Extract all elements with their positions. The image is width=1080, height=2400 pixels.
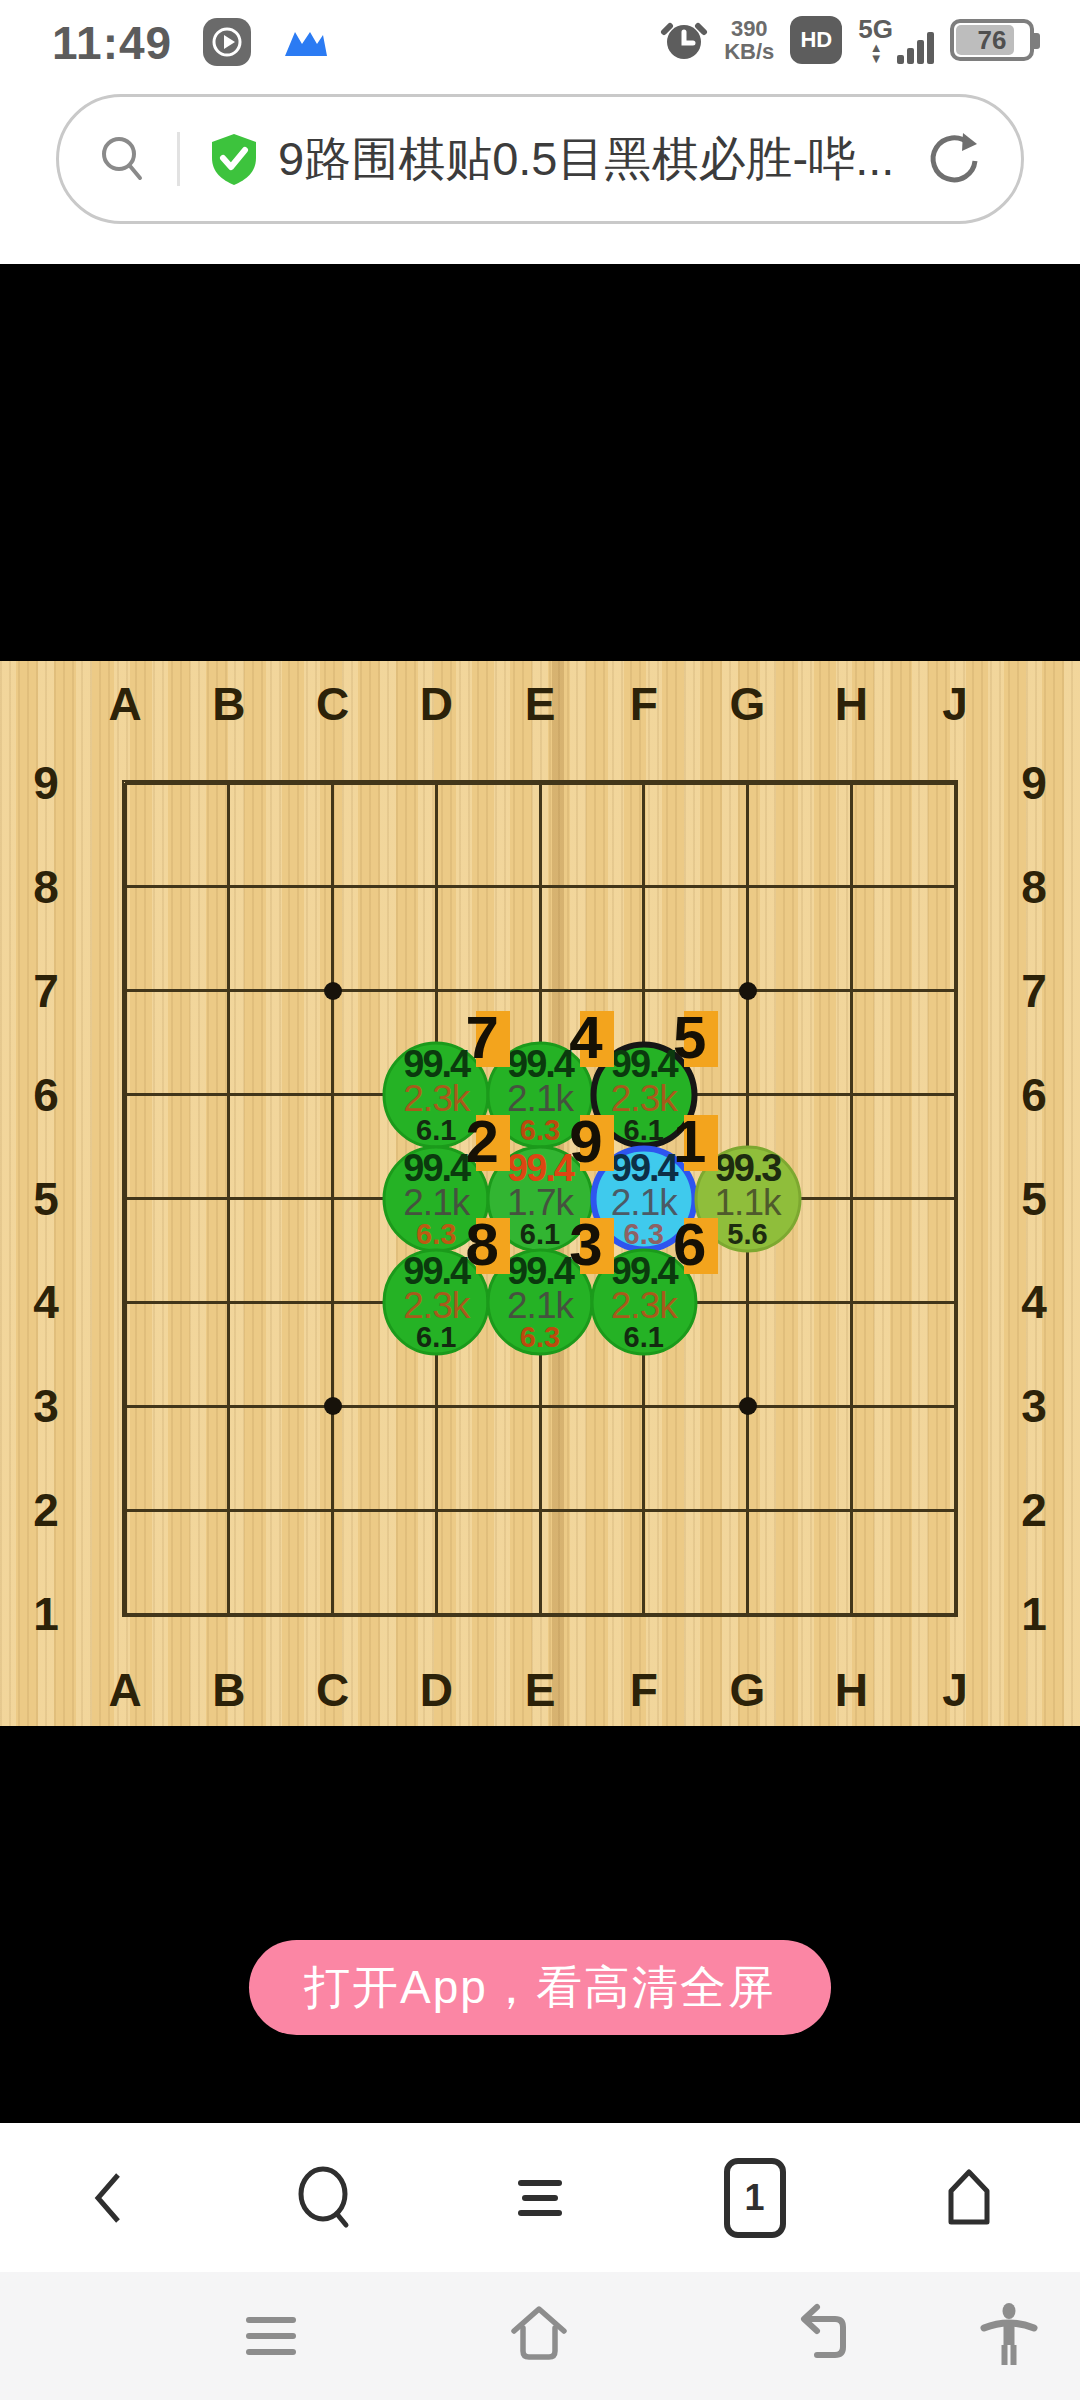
coord-label-bottom-G: G — [730, 1663, 766, 1717]
coord-label-left-6: 6 — [33, 1068, 59, 1122]
system-back-icon[interactable] — [787, 2299, 861, 2373]
coord-label-left-1: 1 — [33, 1587, 59, 1641]
coord-label-right-5: 5 — [1021, 1172, 1047, 1226]
coord-label-right-6: 6 — [1021, 1068, 1047, 1122]
network-type-indicator: 5G▲▼ — [858, 16, 934, 64]
system-nav-bar — [0, 2272, 1080, 2400]
coord-label-right-1: 1 — [1021, 1587, 1047, 1641]
move-rank-5: 5 — [654, 1003, 726, 1075]
tabs-button[interactable]: 1 — [710, 2153, 800, 2243]
coord-label-top-C: C — [316, 677, 349, 731]
go-board[interactable]: AABBCCDDEEFFGGHHJJ99887766554433221199.4… — [0, 661, 1080, 1726]
coord-label-right-3: 3 — [1021, 1379, 1047, 1433]
move-rank-7: 7 — [446, 1003, 518, 1075]
coord-label-top-J: J — [942, 677, 968, 731]
open-app-button[interactable]: 打开App，看高清全屏 — [249, 1940, 831, 2035]
browser-toolbar: 1 — [0, 2123, 1080, 2272]
signal-bars — [897, 30, 934, 64]
move-rank-1: 1 — [654, 1107, 726, 1179]
move-rank-9: 9 — [550, 1107, 622, 1179]
phone-screen: 11:49 390 KB/s HD 5G▲▼ — [0, 0, 1080, 2400]
coord-label-top-F: F — [630, 677, 658, 731]
page-title: 9路围棋贴0.5目黑棋必胜-哔... — [278, 128, 913, 191]
score-value: 6.1 — [624, 1323, 664, 1351]
coord-label-bottom-H: H — [835, 1663, 868, 1717]
coord-label-top-E: E — [525, 677, 556, 731]
coord-label-top-B: B — [212, 677, 245, 731]
tab-counter: 1 — [724, 2158, 786, 2238]
address-bar[interactable]: 9路围棋贴0.5目黑棋必胜-哔... — [56, 94, 1024, 224]
coord-label-left-8: 8 — [33, 860, 59, 914]
network-speed: 390 KB/s — [724, 17, 774, 63]
coord-label-top-H: H — [835, 677, 868, 731]
video-area-top[interactable] — [0, 264, 1080, 661]
score-value: 5.6 — [727, 1219, 767, 1247]
alarm-clock-icon — [660, 16, 708, 64]
home-button[interactable] — [924, 2153, 1014, 2243]
move-rank-3: 3 — [550, 1210, 622, 1282]
coord-label-left-5: 5 — [33, 1172, 59, 1226]
browser-header: 11:49 390 KB/s HD 5G▲▼ — [0, 0, 1080, 264]
status-bar: 11:49 390 KB/s HD 5G▲▼ — [0, 0, 1080, 80]
coord-label-right-7: 7 — [1021, 964, 1047, 1018]
coord-label-bottom-D: D — [420, 1663, 453, 1717]
status-right-cluster: 390 KB/s HD 5G▲▼ 76 — [660, 12, 1034, 68]
clock-time: 11:49 — [52, 16, 172, 70]
rank-number: 5 — [654, 1003, 726, 1075]
back-button[interactable] — [66, 2153, 156, 2243]
blue-wave-icon — [283, 28, 329, 62]
star-point-C7 — [324, 982, 342, 1000]
search-icon — [97, 133, 149, 185]
video-area-bottom[interactable]: 打开App，看高清全屏 — [0, 1726, 1080, 2123]
coord-label-right-2: 2 — [1021, 1483, 1047, 1537]
move-rank-6: 6 — [654, 1210, 726, 1282]
rank-number: 1 — [654, 1107, 726, 1179]
play-circle-icon — [203, 18, 251, 66]
visits-value: 2.1k — [507, 1289, 573, 1323]
coord-label-bottom-C: C — [316, 1663, 349, 1717]
rank-number: 2 — [446, 1107, 518, 1179]
battery-indicator: 76 — [950, 19, 1034, 61]
coord-label-left-4: 4 — [33, 1275, 59, 1329]
move-rank-8: 8 — [446, 1210, 518, 1282]
coord-label-bottom-J: J — [942, 1663, 968, 1717]
visits-value: 2.3k — [403, 1289, 469, 1323]
coord-label-right-9: 9 — [1021, 756, 1047, 810]
move-rank-2: 2 — [446, 1107, 518, 1179]
coord-label-bottom-E: E — [525, 1663, 556, 1717]
rank-number: 6 — [654, 1210, 726, 1282]
coord-label-right-4: 4 — [1021, 1275, 1047, 1329]
site-security-shield-icon[interactable] — [206, 131, 262, 187]
star-point-C3 — [324, 1397, 342, 1415]
coord-label-right-8: 8 — [1021, 860, 1047, 914]
visits-value: 2.3k — [611, 1289, 677, 1323]
score-value: 6.3 — [520, 1323, 560, 1351]
coord-label-top-G: G — [730, 677, 766, 731]
coord-label-bottom-F: F — [630, 1663, 658, 1717]
divider — [177, 132, 180, 186]
rank-number: 7 — [446, 1003, 518, 1075]
star-point-G7 — [739, 982, 757, 1000]
rank-number: 9 — [550, 1107, 622, 1179]
coord-label-top-D: D — [420, 677, 453, 731]
coord-label-left-9: 9 — [33, 756, 59, 810]
score-value: 6.1 — [416, 1323, 456, 1351]
move-rank-4: 4 — [550, 1003, 622, 1075]
rank-number: 4 — [550, 1003, 622, 1075]
coord-label-top-A: A — [108, 677, 141, 731]
reload-icon[interactable] — [927, 131, 983, 187]
menu-button[interactable] — [495, 2153, 585, 2243]
coord-label-bottom-A: A — [108, 1663, 141, 1717]
hd-badge: HD — [790, 16, 842, 64]
rank-number: 8 — [446, 1210, 518, 1282]
coord-label-left-3: 3 — [33, 1379, 59, 1433]
system-home-icon[interactable] — [502, 2299, 576, 2373]
coord-label-left-2: 2 — [33, 1483, 59, 1537]
coord-label-bottom-B: B — [212, 1663, 245, 1717]
rank-number: 3 — [550, 1210, 622, 1282]
star-point-G3 — [739, 1397, 757, 1415]
search-button[interactable] — [281, 2153, 371, 2243]
coord-label-left-7: 7 — [33, 964, 59, 1018]
accessibility-icon[interactable] — [972, 2299, 1046, 2373]
system-menu-icon[interactable] — [234, 2299, 308, 2373]
